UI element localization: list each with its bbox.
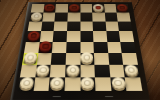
red-piece[interactable] xyxy=(44,4,55,12)
square-r5c7[interactable] xyxy=(122,53,138,65)
square-r7c3[interactable] xyxy=(64,77,80,91)
square-r1c1[interactable] xyxy=(42,13,55,22)
square-r1c4[interactable] xyxy=(80,13,93,22)
square-r2c3[interactable] xyxy=(67,22,80,32)
square-r6c3[interactable] xyxy=(65,65,80,78)
square-r2c1[interactable] xyxy=(41,22,55,32)
square-r7c5[interactable] xyxy=(95,77,111,91)
square-r0c7[interactable] xyxy=(116,4,129,13)
white-piece[interactable] xyxy=(19,77,34,89)
square-r5c2[interactable] xyxy=(51,53,66,65)
square-r4c0[interactable] xyxy=(24,42,39,53)
square-r0c5[interactable] xyxy=(92,4,105,13)
square-r1c6[interactable] xyxy=(105,13,118,22)
board-front-marking xyxy=(105,96,113,97)
square-r7c7[interactable] xyxy=(125,77,142,91)
square-r2c6[interactable] xyxy=(105,22,119,32)
red-piece[interactable] xyxy=(27,31,40,40)
square-r0c1[interactable] xyxy=(43,4,56,13)
square-r4c3[interactable] xyxy=(66,42,80,53)
square-r5c5[interactable] xyxy=(94,53,109,65)
square-r3c7[interactable] xyxy=(119,31,134,41)
square-r6c1[interactable] xyxy=(35,65,51,78)
square-r4c4[interactable] xyxy=(80,42,94,53)
white-piece[interactable] xyxy=(23,53,37,63)
square-r3c3[interactable] xyxy=(66,31,80,41)
square-r6c2[interactable] xyxy=(50,65,66,78)
square-r4c5[interactable] xyxy=(94,42,108,53)
square-r1c2[interactable] xyxy=(55,13,68,22)
white-piece[interactable] xyxy=(36,64,50,75)
white-piece[interactable] xyxy=(81,53,94,63)
white-king-piece[interactable] xyxy=(93,4,104,12)
square-r5c4[interactable] xyxy=(80,53,94,65)
square-r0c2[interactable] xyxy=(55,4,68,13)
square-r5c0[interactable] xyxy=(22,53,38,65)
square-r1c3[interactable] xyxy=(67,13,80,22)
white-piece[interactable] xyxy=(111,77,126,89)
square-r7c0[interactable] xyxy=(18,77,35,91)
board-front-marking xyxy=(52,96,60,97)
board-grid xyxy=(18,4,143,91)
square-r2c2[interactable] xyxy=(54,22,68,32)
square-r6c7[interactable] xyxy=(123,65,140,78)
square-r6c6[interactable] xyxy=(109,65,125,78)
square-r4c1[interactable] xyxy=(38,42,53,53)
white-piece[interactable] xyxy=(124,64,139,75)
game-screen xyxy=(0,0,160,100)
square-r6c4[interactable] xyxy=(80,65,95,78)
red-piece[interactable] xyxy=(117,4,129,12)
square-r6c5[interactable] xyxy=(94,65,110,78)
square-r3c1[interactable] xyxy=(39,31,53,41)
square-r0c4[interactable] xyxy=(80,4,92,13)
square-r2c7[interactable] xyxy=(118,22,132,32)
square-r1c7[interactable] xyxy=(117,13,131,22)
square-r3c6[interactable] xyxy=(106,31,120,41)
square-r5c3[interactable] xyxy=(66,53,80,65)
square-r4c7[interactable] xyxy=(121,42,136,53)
square-r7c2[interactable] xyxy=(49,77,65,91)
red-piece[interactable] xyxy=(68,4,79,12)
square-r3c5[interactable] xyxy=(93,31,107,41)
square-r4c6[interactable] xyxy=(107,42,122,53)
square-r5c6[interactable] xyxy=(108,53,123,65)
square-r2c4[interactable] xyxy=(80,22,93,32)
square-r2c5[interactable] xyxy=(93,22,107,32)
square-r3c4[interactable] xyxy=(80,31,94,41)
checkers-board-frame xyxy=(10,2,150,100)
square-r7c1[interactable] xyxy=(33,77,50,91)
square-r6c0[interactable] xyxy=(20,65,37,78)
white-piece[interactable] xyxy=(50,77,64,89)
white-piece[interactable] xyxy=(81,77,95,89)
white-piece[interactable] xyxy=(66,64,79,75)
square-r3c2[interactable] xyxy=(53,31,67,41)
square-r7c4[interactable] xyxy=(80,77,96,91)
square-r0c3[interactable] xyxy=(68,4,80,13)
square-r0c6[interactable] xyxy=(104,4,117,13)
white-piece[interactable] xyxy=(30,13,42,21)
square-r5c1[interactable] xyxy=(37,53,52,65)
square-r4c2[interactable] xyxy=(52,42,66,53)
red-piece[interactable] xyxy=(39,42,52,52)
square-r1c5[interactable] xyxy=(92,13,105,22)
square-r7c6[interactable] xyxy=(110,77,127,91)
